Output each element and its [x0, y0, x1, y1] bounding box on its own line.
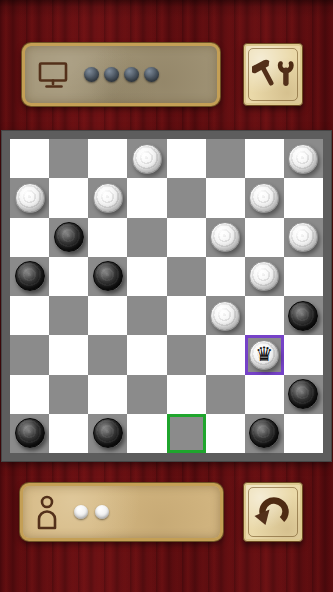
- board-square[interactable]: [284, 257, 323, 296]
- board-square[interactable]: [49, 218, 88, 257]
- board-square[interactable]: [284, 335, 323, 374]
- board-square[interactable]: [245, 218, 284, 257]
- white-checker[interactable]: [93, 183, 123, 213]
- board-square[interactable]: [284, 414, 323, 453]
- board-square[interactable]: [49, 296, 88, 335]
- board-square[interactable]: [88, 375, 127, 414]
- board-square[interactable]: [49, 257, 88, 296]
- board-square[interactable]: [167, 375, 206, 414]
- black-checker[interactable]: [93, 418, 123, 448]
- black-checker[interactable]: [288, 379, 318, 409]
- human-player-panel: [20, 483, 223, 541]
- board-square[interactable]: [127, 257, 166, 296]
- board-square[interactable]: [284, 218, 323, 257]
- board-square[interactable]: [206, 296, 245, 335]
- board-square[interactable]: [127, 139, 166, 178]
- app-window: ♛: [0, 0, 333, 592]
- captured-piece-dot-dark: [124, 67, 139, 82]
- board-square[interactable]: [10, 139, 49, 178]
- board-square[interactable]: [167, 257, 206, 296]
- white-checker[interactable]: [210, 301, 240, 331]
- white-king-checker[interactable]: ♛: [249, 340, 279, 370]
- white-checker[interactable]: [288, 144, 318, 174]
- board-square[interactable]: [10, 375, 49, 414]
- board-square[interactable]: [284, 139, 323, 178]
- white-checker[interactable]: [132, 144, 162, 174]
- board-square[interactable]: [88, 335, 127, 374]
- board-square[interactable]: [10, 178, 49, 217]
- board-square[interactable]: [206, 178, 245, 217]
- white-checker[interactable]: [288, 222, 318, 252]
- board-square[interactable]: [245, 139, 284, 178]
- board-square[interactable]: [49, 178, 88, 217]
- board-square[interactable]: [284, 178, 323, 217]
- black-checker[interactable]: [15, 261, 45, 291]
- board-square[interactable]: [10, 218, 49, 257]
- white-checker[interactable]: [249, 261, 279, 291]
- undo-arrow-icon: [252, 491, 294, 533]
- captured-white-pieces: [74, 505, 116, 519]
- board-square[interactable]: [245, 178, 284, 217]
- black-checker[interactable]: [54, 222, 84, 252]
- board-square[interactable]: [167, 178, 206, 217]
- board-square[interactable]: ♛: [245, 335, 284, 374]
- computer-player-panel: [22, 43, 220, 106]
- tools-button[interactable]: [243, 43, 303, 106]
- board-square[interactable]: [127, 375, 166, 414]
- captured-piece-dot-dark: [104, 67, 119, 82]
- board-square[interactable]: [127, 414, 166, 453]
- black-checker[interactable]: [249, 418, 279, 448]
- board-square[interactable]: [49, 375, 88, 414]
- black-checker[interactable]: [288, 301, 318, 331]
- white-checker[interactable]: [249, 183, 279, 213]
- board-grid: ♛: [10, 139, 323, 453]
- board-square[interactable]: [88, 139, 127, 178]
- board-square[interactable]: [245, 257, 284, 296]
- king-crown-icon: ♛: [255, 344, 273, 364]
- white-checker[interactable]: [15, 183, 45, 213]
- board-square[interactable]: [284, 296, 323, 335]
- board-square[interactable]: [284, 375, 323, 414]
- board-square[interactable]: [127, 178, 166, 217]
- bottom-bar: [0, 482, 333, 542]
- board-square[interactable]: [49, 139, 88, 178]
- undo-button[interactable]: [243, 482, 303, 542]
- board-square[interactable]: [49, 335, 88, 374]
- board-square[interactable]: [88, 414, 127, 453]
- board-square[interactable]: [245, 414, 284, 453]
- board-square[interactable]: [167, 218, 206, 257]
- board-square[interactable]: [88, 178, 127, 217]
- board-square[interactable]: [167, 139, 206, 178]
- board-square[interactable]: [206, 335, 245, 374]
- board-square[interactable]: [10, 296, 49, 335]
- black-checker[interactable]: [93, 261, 123, 291]
- board-square[interactable]: [49, 414, 88, 453]
- checkers-board: ♛: [2, 131, 331, 461]
- computer-monitor-icon: [37, 60, 69, 90]
- person-icon: [35, 494, 59, 530]
- board-square[interactable]: [245, 375, 284, 414]
- board-square[interactable]: [206, 375, 245, 414]
- black-checker[interactable]: [15, 418, 45, 448]
- board-square[interactable]: [10, 414, 49, 453]
- captured-piece-dot-white: [74, 505, 88, 519]
- board-square[interactable]: [245, 296, 284, 335]
- board-square[interactable]: [206, 218, 245, 257]
- board-square[interactable]: [88, 218, 127, 257]
- white-checker[interactable]: [210, 222, 240, 252]
- captured-black-pieces: [84, 67, 164, 82]
- board-square[interactable]: [206, 139, 245, 178]
- board-square[interactable]: [206, 414, 245, 453]
- board-square[interactable]: [88, 257, 127, 296]
- captured-piece-dot-dark: [144, 67, 159, 82]
- board-square[interactable]: [10, 257, 49, 296]
- board-square[interactable]: [167, 335, 206, 374]
- board-square[interactable]: [167, 414, 206, 453]
- board-square[interactable]: [127, 335, 166, 374]
- board-square[interactable]: [167, 296, 206, 335]
- board-square[interactable]: [206, 257, 245, 296]
- board-square[interactable]: [10, 335, 49, 374]
- top-bar: [0, 43, 333, 106]
- captured-piece-dot-dark: [84, 67, 99, 82]
- board-square[interactable]: [88, 296, 127, 335]
- board-square[interactable]: [127, 296, 166, 335]
- captured-piece-dot-white: [95, 505, 109, 519]
- board-square[interactable]: [127, 218, 166, 257]
- hammer-wrench-icon: [252, 55, 294, 95]
